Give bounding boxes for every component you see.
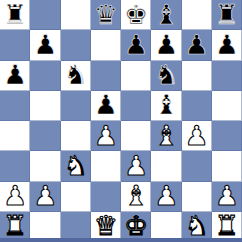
square-d3[interactable] xyxy=(91,151,121,181)
white-rook-icon[interactable]: ♜ xyxy=(3,212,27,239)
square-e8[interactable]: ♚ xyxy=(121,0,151,30)
square-d2[interactable] xyxy=(91,182,121,212)
black-rook-icon[interactable]: ♜ xyxy=(215,1,239,28)
square-e1[interactable]: ♚ xyxy=(121,212,151,242)
black-pawn-icon[interactable]: ♟ xyxy=(33,31,57,58)
square-b8[interactable] xyxy=(30,0,60,30)
white-knight-icon[interactable]: ♞ xyxy=(185,212,209,239)
square-d5[interactable]: ♟ xyxy=(91,91,121,121)
square-a2[interactable]: ♟ xyxy=(0,182,30,212)
white-knight-icon[interactable]: ♞ xyxy=(64,152,88,179)
white-pawn-icon[interactable]: ♟ xyxy=(124,152,148,179)
square-e6[interactable] xyxy=(121,61,151,91)
square-g2[interactable] xyxy=(182,182,212,212)
white-pawn-icon[interactable]: ♟ xyxy=(185,122,209,149)
square-a1[interactable]: ♜ xyxy=(0,212,30,242)
square-b3[interactable] xyxy=(30,151,60,181)
square-e3[interactable]: ♟ xyxy=(121,151,151,181)
square-f6[interactable]: ♞ xyxy=(151,61,181,91)
black-pawn-icon[interactable]: ♟ xyxy=(185,31,209,58)
square-e7[interactable]: ♟ xyxy=(121,30,151,60)
square-f3[interactable] xyxy=(151,151,181,181)
white-rook-icon[interactable]: ♜ xyxy=(215,212,239,239)
square-b7[interactable]: ♟ xyxy=(30,30,60,60)
black-pawn-icon[interactable]: ♟ xyxy=(215,31,239,58)
white-bishop-icon[interactable]: ♝ xyxy=(124,182,148,209)
square-g8[interactable] xyxy=(182,0,212,30)
square-g6[interactable] xyxy=(182,61,212,91)
chess-board: ♜♛♚♝♜♟♟♟♟♟♟♞♞♟♝♟♝♟♞♟♟♟♝♟♟♜♛♚♞♜ xyxy=(0,0,242,242)
square-a5[interactable] xyxy=(0,91,30,121)
black-king-icon[interactable]: ♚ xyxy=(124,1,148,28)
square-h2[interactable]: ♟ xyxy=(212,182,242,212)
square-a6[interactable]: ♟ xyxy=(0,61,30,91)
square-b1[interactable] xyxy=(30,212,60,242)
white-king-icon[interactable]: ♚ xyxy=(124,212,148,239)
square-b2[interactable]: ♟ xyxy=(30,182,60,212)
square-h6[interactable] xyxy=(212,61,242,91)
square-f8[interactable]: ♝ xyxy=(151,0,181,30)
white-bishop-icon[interactable]: ♝ xyxy=(154,122,178,149)
square-h4[interactable] xyxy=(212,121,242,151)
square-f7[interactable]: ♟ xyxy=(151,30,181,60)
white-pawn-icon[interactable]: ♟ xyxy=(3,182,27,209)
square-e5[interactable] xyxy=(121,91,151,121)
square-h5[interactable] xyxy=(212,91,242,121)
square-f2[interactable]: ♟ xyxy=(151,182,181,212)
square-c5[interactable] xyxy=(61,91,91,121)
square-f1[interactable] xyxy=(151,212,181,242)
square-a7[interactable] xyxy=(0,30,30,60)
square-f5[interactable]: ♝ xyxy=(151,91,181,121)
black-bishop-icon[interactable]: ♝ xyxy=(154,1,178,28)
black-pawn-icon[interactable]: ♟ xyxy=(3,61,27,88)
black-knight-icon[interactable]: ♞ xyxy=(154,61,178,88)
square-d6[interactable] xyxy=(91,61,121,91)
square-g7[interactable]: ♟ xyxy=(182,30,212,60)
square-c1[interactable] xyxy=(61,212,91,242)
square-e2[interactable]: ♝ xyxy=(121,182,151,212)
square-a3[interactable] xyxy=(0,151,30,181)
square-d8[interactable]: ♛ xyxy=(91,0,121,30)
square-c2[interactable] xyxy=(61,182,91,212)
square-h3[interactable] xyxy=(212,151,242,181)
black-pawn-icon[interactable]: ♟ xyxy=(94,91,118,118)
white-pawn-icon[interactable]: ♟ xyxy=(33,182,57,209)
white-pawn-icon[interactable]: ♟ xyxy=(215,182,239,209)
square-g1[interactable]: ♞ xyxy=(182,212,212,242)
square-d1[interactable]: ♛ xyxy=(91,212,121,242)
white-queen-icon[interactable]: ♛ xyxy=(94,212,118,239)
square-c8[interactable] xyxy=(61,0,91,30)
black-pawn-icon[interactable]: ♟ xyxy=(154,31,178,58)
black-queen-icon[interactable]: ♛ xyxy=(94,1,118,28)
square-a8[interactable]: ♜ xyxy=(0,0,30,30)
black-bishop-icon[interactable]: ♝ xyxy=(154,91,178,118)
square-g5[interactable] xyxy=(182,91,212,121)
square-h8[interactable]: ♜ xyxy=(212,0,242,30)
square-c6[interactable]: ♞ xyxy=(61,61,91,91)
black-rook-icon[interactable]: ♜ xyxy=(3,1,27,28)
square-c4[interactable] xyxy=(61,121,91,151)
square-f4[interactable]: ♝ xyxy=(151,121,181,151)
square-d4[interactable]: ♟ xyxy=(91,121,121,151)
square-a4[interactable] xyxy=(0,121,30,151)
square-b6[interactable] xyxy=(30,61,60,91)
square-e4[interactable] xyxy=(121,121,151,151)
square-c7[interactable] xyxy=(61,30,91,60)
square-b5[interactable] xyxy=(30,91,60,121)
square-h7[interactable]: ♟ xyxy=(212,30,242,60)
square-d7[interactable] xyxy=(91,30,121,60)
black-pawn-icon[interactable]: ♟ xyxy=(124,31,148,58)
square-b4[interactable] xyxy=(30,121,60,151)
square-g3[interactable] xyxy=(182,151,212,181)
square-h1[interactable]: ♜ xyxy=(212,212,242,242)
white-pawn-icon[interactable]: ♟ xyxy=(154,182,178,209)
square-c3[interactable]: ♞ xyxy=(61,151,91,181)
white-pawn-icon[interactable]: ♟ xyxy=(94,122,118,149)
square-g4[interactable]: ♟ xyxy=(182,121,212,151)
black-knight-icon[interactable]: ♞ xyxy=(64,61,88,88)
